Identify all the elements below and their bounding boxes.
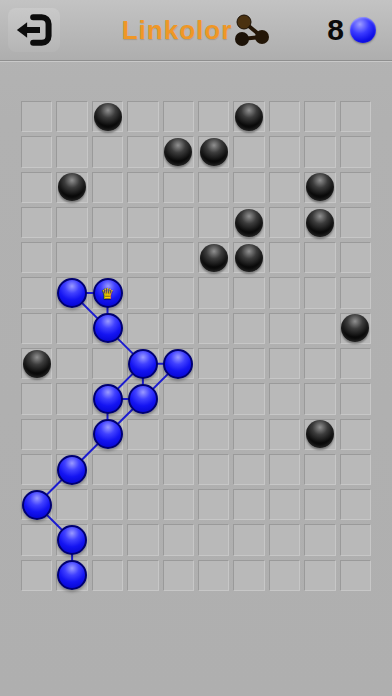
app-title: Linkolor: [122, 15, 233, 46]
crown-icon: ♛: [101, 286, 114, 301]
blue-dot[interactable]: [128, 349, 158, 379]
blue-dot[interactable]: [93, 419, 123, 449]
blue-dot[interactable]: [22, 490, 52, 520]
black-dot[interactable]: [94, 103, 122, 131]
dots-layer: ♛: [19, 99, 373, 593]
blue-dot-crowned[interactable]: ♛: [93, 278, 123, 308]
black-dot[interactable]: [200, 138, 228, 166]
blue-dot[interactable]: [57, 278, 87, 308]
blue-dot[interactable]: [93, 313, 123, 343]
blue-dot[interactable]: [57, 560, 87, 590]
black-dot[interactable]: [341, 314, 369, 342]
black-dot[interactable]: [306, 209, 334, 237]
black-dot[interactable]: [23, 350, 51, 378]
blue-dot[interactable]: [93, 384, 123, 414]
black-dot[interactable]: [200, 244, 228, 272]
blue-dot-icon: [350, 17, 376, 43]
app-screen: Linkolor 8 ♛: [0, 0, 392, 696]
black-dot[interactable]: [306, 420, 334, 448]
black-dot[interactable]: [235, 103, 263, 131]
black-dot[interactable]: [235, 209, 263, 237]
remaining-count: 8: [327, 13, 344, 47]
back-button[interactable]: [8, 8, 60, 52]
remaining-counter: 8: [327, 0, 376, 60]
black-dot[interactable]: [58, 173, 86, 201]
blue-dot[interactable]: [128, 384, 158, 414]
black-dot[interactable]: [306, 173, 334, 201]
black-dot[interactable]: [164, 138, 192, 166]
exit-arrow-icon: [14, 12, 54, 48]
linked-dots-icon: [234, 13, 270, 47]
blue-dot[interactable]: [163, 349, 193, 379]
blue-dot[interactable]: [57, 455, 87, 485]
black-dot[interactable]: [235, 244, 263, 272]
header-bar: Linkolor 8: [0, 0, 392, 61]
blue-dot[interactable]: [57, 525, 87, 555]
game-board: ♛: [19, 99, 373, 593]
